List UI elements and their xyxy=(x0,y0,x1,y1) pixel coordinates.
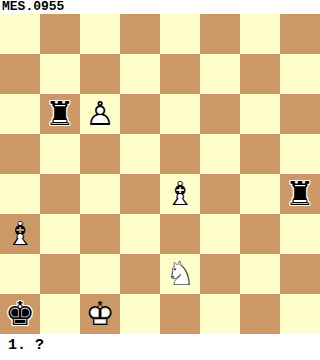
square-f4[interactable] xyxy=(200,174,240,214)
square-d3[interactable] xyxy=(120,214,160,254)
move-prompt: 1. ? xyxy=(0,334,320,360)
square-f3[interactable] xyxy=(200,214,240,254)
black-rook: ♜ xyxy=(40,94,80,134)
square-a6[interactable] xyxy=(0,94,40,134)
square-g8[interactable] xyxy=(240,14,280,54)
square-h4[interactable]: ♜ xyxy=(280,174,320,214)
square-a2[interactable] xyxy=(0,254,40,294)
square-h1[interactable] xyxy=(280,294,320,334)
square-b6[interactable]: ♜ xyxy=(40,94,80,134)
square-e7[interactable] xyxy=(160,54,200,94)
square-b8[interactable] xyxy=(40,14,80,54)
square-g3[interactable] xyxy=(240,214,280,254)
white-bishop: ♝♗ xyxy=(160,174,200,214)
square-f2[interactable] xyxy=(200,254,240,294)
white-knight: ♞♘ xyxy=(160,254,200,294)
black-king: ♚ xyxy=(0,294,40,334)
square-b5[interactable] xyxy=(40,134,80,174)
square-d1[interactable] xyxy=(120,294,160,334)
white-bishop: ♝♗ xyxy=(0,214,40,254)
square-b4[interactable] xyxy=(40,174,80,214)
square-e5[interactable] xyxy=(160,134,200,174)
square-a3[interactable]: ♝♗ xyxy=(0,214,40,254)
square-d2[interactable] xyxy=(120,254,160,294)
square-e4[interactable]: ♝♗ xyxy=(160,174,200,214)
square-c1[interactable]: ♚♔ xyxy=(80,294,120,334)
square-g4[interactable] xyxy=(240,174,280,214)
square-f5[interactable] xyxy=(200,134,240,174)
square-a4[interactable] xyxy=(0,174,40,214)
square-e3[interactable] xyxy=(160,214,200,254)
square-c5[interactable] xyxy=(80,134,120,174)
square-e8[interactable] xyxy=(160,14,200,54)
square-f7[interactable] xyxy=(200,54,240,94)
square-g5[interactable] xyxy=(240,134,280,174)
white-king: ♚♔ xyxy=(80,294,120,334)
square-h5[interactable] xyxy=(280,134,320,174)
square-a8[interactable] xyxy=(0,14,40,54)
square-g6[interactable] xyxy=(240,94,280,134)
square-a5[interactable] xyxy=(0,134,40,174)
square-g2[interactable] xyxy=(240,254,280,294)
puzzle-id: MES.0955 xyxy=(0,0,320,14)
chess-board: ♜♟♙♝♗♜♝♗♞♘♚♚♔ xyxy=(0,14,320,334)
square-h8[interactable] xyxy=(280,14,320,54)
square-d6[interactable] xyxy=(120,94,160,134)
square-g1[interactable] xyxy=(240,294,280,334)
square-d7[interactable] xyxy=(120,54,160,94)
square-c8[interactable] xyxy=(80,14,120,54)
square-h6[interactable] xyxy=(280,94,320,134)
square-f6[interactable] xyxy=(200,94,240,134)
square-h3[interactable] xyxy=(280,214,320,254)
square-f1[interactable] xyxy=(200,294,240,334)
square-c2[interactable] xyxy=(80,254,120,294)
square-b7[interactable] xyxy=(40,54,80,94)
square-d4[interactable] xyxy=(120,174,160,214)
square-d5[interactable] xyxy=(120,134,160,174)
square-c4[interactable] xyxy=(80,174,120,214)
chess-puzzle-window: MES.0955 ♜♟♙♝♗♜♝♗♞♘♚♚♔ 1. ? xyxy=(0,0,320,360)
white-pawn: ♟♙ xyxy=(80,94,120,134)
square-c6[interactable]: ♟♙ xyxy=(80,94,120,134)
square-h7[interactable] xyxy=(280,54,320,94)
square-b3[interactable] xyxy=(40,214,80,254)
square-c3[interactable] xyxy=(80,214,120,254)
square-c7[interactable] xyxy=(80,54,120,94)
square-g7[interactable] xyxy=(240,54,280,94)
square-e2[interactable]: ♞♘ xyxy=(160,254,200,294)
black-rook: ♜ xyxy=(280,174,320,214)
square-a1[interactable]: ♚ xyxy=(0,294,40,334)
square-e6[interactable] xyxy=(160,94,200,134)
square-b1[interactable] xyxy=(40,294,80,334)
square-e1[interactable] xyxy=(160,294,200,334)
square-b2[interactable] xyxy=(40,254,80,294)
square-d8[interactable] xyxy=(120,14,160,54)
square-h2[interactable] xyxy=(280,254,320,294)
square-a7[interactable] xyxy=(0,54,40,94)
square-f8[interactable] xyxy=(200,14,240,54)
